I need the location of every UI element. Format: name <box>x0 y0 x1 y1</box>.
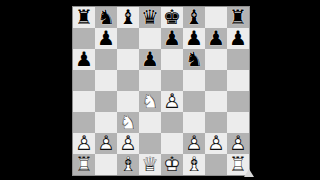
square-e4[interactable]: ♟♙ <box>161 91 183 112</box>
square-e2[interactable] <box>161 133 183 154</box>
square-e5[interactable] <box>161 70 183 91</box>
square-a8[interactable]: ♜ <box>73 7 95 28</box>
square-c3[interactable]: ♞♘ <box>117 112 139 133</box>
square-h8[interactable]: ♜ <box>227 7 249 28</box>
piece-glyph: ♟ <box>227 28 249 49</box>
square-d5[interactable] <box>139 70 161 91</box>
square-a5[interactable] <box>73 70 95 91</box>
white-pawn-g2[interactable]: ♟♙ <box>205 133 227 154</box>
piece-outline-glyph: ♔ <box>161 154 183 175</box>
piece-outline-glyph: ♘ <box>139 91 161 112</box>
square-a7[interactable] <box>73 28 95 49</box>
piece-outline-glyph: ♙ <box>73 133 95 154</box>
square-h3[interactable] <box>227 112 249 133</box>
piece-glyph: ♟ <box>205 28 227 49</box>
chess-board: ♜♞♝♛♚♝♜♟♟♟♟♟♟♟♞♞♘♟♙♞♘♟♙♟♙♟♙♟♙♟♙♟♙♜♖♝♗♛♕♚… <box>72 6 250 176</box>
black-bishop-c8[interactable]: ♝ <box>117 7 139 28</box>
square-b7[interactable]: ♟ <box>95 28 117 49</box>
white-rook-a1[interactable]: ♜♖ <box>73 154 95 175</box>
black-pawn-b7[interactable]: ♟ <box>95 28 117 49</box>
square-c2[interactable]: ♟♙ <box>117 133 139 154</box>
black-knight-f6[interactable]: ♞ <box>183 49 205 70</box>
black-pawn-f7[interactable]: ♟ <box>183 28 205 49</box>
square-f6[interactable]: ♞ <box>183 49 205 70</box>
white-pawn-a2[interactable]: ♟♙ <box>73 133 95 154</box>
square-b1[interactable] <box>95 154 117 175</box>
square-g6[interactable] <box>205 49 227 70</box>
square-e3[interactable] <box>161 112 183 133</box>
square-a2[interactable]: ♟♙ <box>73 133 95 154</box>
square-c8[interactable]: ♝ <box>117 7 139 28</box>
square-d6[interactable]: ♟ <box>139 49 161 70</box>
square-e6[interactable] <box>161 49 183 70</box>
square-h2[interactable]: ♟♙ <box>227 133 249 154</box>
square-h4[interactable] <box>227 91 249 112</box>
white-pawn-b2[interactable]: ♟♙ <box>95 133 117 154</box>
white-bishop-f1[interactable]: ♝♗ <box>183 154 205 175</box>
black-pawn-g7[interactable]: ♟ <box>205 28 227 49</box>
white-bishop-c1[interactable]: ♝♗ <box>117 154 139 175</box>
white-pawn-e4[interactable]: ♟♙ <box>161 91 183 112</box>
square-c7[interactable] <box>117 28 139 49</box>
piece-glyph: ♞ <box>183 49 205 70</box>
square-g7[interactable]: ♟ <box>205 28 227 49</box>
piece-outline-glyph: ♙ <box>161 91 183 112</box>
black-pawn-a6[interactable]: ♟ <box>73 49 95 70</box>
square-a3[interactable] <box>73 112 95 133</box>
white-pawn-c2[interactable]: ♟♙ <box>117 133 139 154</box>
white-pawn-f2[interactable]: ♟♙ <box>183 133 205 154</box>
square-g1[interactable] <box>205 154 227 175</box>
square-d3[interactable] <box>139 112 161 133</box>
piece-glyph: ♜ <box>227 7 249 28</box>
square-c4[interactable] <box>117 91 139 112</box>
piece-outline-glyph: ♙ <box>183 133 205 154</box>
piece-outline-glyph: ♙ <box>227 133 249 154</box>
piece-outline-glyph: ♗ <box>117 154 139 175</box>
square-e1[interactable]: ♚♔ <box>161 154 183 175</box>
white-king-e1[interactable]: ♚♔ <box>161 154 183 175</box>
square-b3[interactable] <box>95 112 117 133</box>
square-b8[interactable]: ♞ <box>95 7 117 28</box>
square-d8[interactable]: ♛ <box>139 7 161 28</box>
piece-glyph: ♝ <box>183 7 205 28</box>
piece-outline-glyph: ♙ <box>117 133 139 154</box>
square-b5[interactable] <box>95 70 117 91</box>
piece-outline-glyph: ♖ <box>73 154 95 175</box>
piece-glyph: ♚ <box>161 7 183 28</box>
square-b6[interactable] <box>95 49 117 70</box>
square-h5[interactable] <box>227 70 249 91</box>
square-f7[interactable]: ♟ <box>183 28 205 49</box>
white-pawn-h2[interactable]: ♟♙ <box>227 133 249 154</box>
square-g5[interactable] <box>205 70 227 91</box>
piece-glyph: ♟ <box>73 49 95 70</box>
square-f2[interactable]: ♟♙ <box>183 133 205 154</box>
piece-outline-glyph: ♙ <box>205 133 227 154</box>
square-h7[interactable]: ♟ <box>227 28 249 49</box>
piece-glyph: ♞ <box>95 7 117 28</box>
black-pawn-e7[interactable]: ♟ <box>161 28 183 49</box>
square-g3[interactable] <box>205 112 227 133</box>
black-rook-a8[interactable]: ♜ <box>73 7 95 28</box>
square-f1[interactable]: ♝♗ <box>183 154 205 175</box>
piece-outline-glyph: ♕ <box>139 154 161 175</box>
square-d2[interactable] <box>139 133 161 154</box>
square-d4[interactable]: ♞♘ <box>139 91 161 112</box>
black-pawn-h7[interactable]: ♟ <box>227 28 249 49</box>
square-f3[interactable] <box>183 112 205 133</box>
square-c1[interactable]: ♝♗ <box>117 154 139 175</box>
white-to-move-indicator <box>244 169 254 177</box>
square-e7[interactable]: ♟ <box>161 28 183 49</box>
piece-outline-glyph: ♙ <box>95 133 117 154</box>
white-knight-c3[interactable]: ♞♘ <box>117 112 139 133</box>
square-g8[interactable] <box>205 7 227 28</box>
piece-glyph: ♝ <box>117 7 139 28</box>
app-background: ♜♞♝♛♚♝♜♟♟♟♟♟♟♟♞♞♘♟♙♞♘♟♙♟♙♟♙♟♙♟♙♟♙♜♖♝♗♛♕♚… <box>0 0 320 180</box>
square-d1[interactable]: ♛♕ <box>139 154 161 175</box>
square-c5[interactable] <box>117 70 139 91</box>
square-f4[interactable] <box>183 91 205 112</box>
black-queen-d8[interactable]: ♛ <box>139 7 161 28</box>
square-b2[interactable]: ♟♙ <box>95 133 117 154</box>
black-rook-h8[interactable]: ♜ <box>227 7 249 28</box>
piece-glyph: ♜ <box>73 7 95 28</box>
square-g2[interactable]: ♟♙ <box>205 133 227 154</box>
black-bishop-f8[interactable]: ♝ <box>183 7 205 28</box>
piece-outline-glyph: ♘ <box>117 112 139 133</box>
square-a1[interactable]: ♜♖ <box>73 154 95 175</box>
piece-glyph: ♟ <box>161 28 183 49</box>
square-g4[interactable] <box>205 91 227 112</box>
square-f8[interactable]: ♝ <box>183 7 205 28</box>
black-pawn-d6[interactable]: ♟ <box>139 49 161 70</box>
square-a4[interactable] <box>73 91 95 112</box>
white-queen-d1[interactable]: ♛♕ <box>139 154 161 175</box>
white-knight-d4[interactable]: ♞♘ <box>139 91 161 112</box>
square-a6[interactable]: ♟ <box>73 49 95 70</box>
piece-glyph: ♟ <box>183 28 205 49</box>
black-knight-b8[interactable]: ♞ <box>95 7 117 28</box>
black-king-e8[interactable]: ♚ <box>161 7 183 28</box>
piece-outline-glyph: ♗ <box>183 154 205 175</box>
square-c6[interactable] <box>117 49 139 70</box>
piece-glyph: ♛ <box>139 7 161 28</box>
piece-glyph: ♟ <box>139 49 161 70</box>
square-d7[interactable] <box>139 28 161 49</box>
square-f5[interactable] <box>183 70 205 91</box>
square-h6[interactable] <box>227 49 249 70</box>
piece-glyph: ♟ <box>95 28 117 49</box>
square-e8[interactable]: ♚ <box>161 7 183 28</box>
square-b4[interactable] <box>95 91 117 112</box>
